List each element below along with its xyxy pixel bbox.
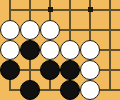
board-intersection-empty[interactable] — [20, 60, 40, 80]
stone-white: ○ — [80, 80, 100, 100]
board-intersection-empty[interactable] — [100, 80, 120, 100]
board-intersection: ○ — [0, 20, 20, 40]
stone-white: ○ — [0, 40, 20, 60]
stone-white: ○ — [40, 20, 60, 40]
board-intersection-empty[interactable] — [80, 0, 100, 20]
board-intersection: ● — [60, 80, 80, 100]
board-intersection: ○ — [20, 20, 40, 40]
stone-black: ● — [40, 60, 60, 80]
board-intersection: ● — [20, 40, 40, 60]
board-intersection: ○ — [40, 20, 60, 40]
board-intersection: ○ — [80, 40, 100, 60]
board-intersection-empty[interactable] — [60, 20, 80, 40]
stone-white: ○ — [40, 40, 60, 60]
stone-white: ○ — [60, 40, 80, 60]
stone-white: ○ — [80, 60, 100, 80]
board-intersection: ○ — [80, 80, 100, 100]
board-intersection-empty[interactable] — [0, 80, 20, 100]
stone-white: ○ — [0, 20, 20, 40]
board-intersection-empty[interactable] — [40, 0, 60, 20]
board-intersection: ● — [20, 80, 40, 100]
stone-black: ● — [60, 80, 80, 100]
stone-black: ● — [60, 60, 80, 80]
board-intersection-empty[interactable] — [100, 40, 120, 60]
board-intersection: ○ — [0, 40, 20, 60]
stone-black: ● — [0, 60, 20, 80]
board-intersection-empty[interactable] — [100, 20, 120, 40]
go-board[interactable]: ○○○○●○○○●●●○●●○ — [0, 0, 120, 100]
board-intersection-empty[interactable] — [100, 0, 120, 20]
board-intersection: ○ — [80, 60, 100, 80]
board-intersection-empty[interactable] — [100, 60, 120, 80]
stone-white: ○ — [20, 20, 40, 40]
stone-white: ○ — [80, 40, 100, 60]
board-intersections: ○○○○●○○○●●●○●●○ — [0, 0, 120, 100]
board-intersection-empty[interactable] — [80, 20, 100, 40]
board-intersection-empty[interactable] — [0, 0, 20, 20]
board-intersection: ○ — [40, 40, 60, 60]
board-intersection-empty[interactable] — [60, 0, 80, 20]
stone-black: ● — [20, 80, 40, 100]
board-intersection: ● — [0, 60, 20, 80]
board-intersection: ○ — [60, 40, 80, 60]
board-intersection-empty[interactable] — [40, 80, 60, 100]
board-intersection: ● — [60, 60, 80, 80]
board-intersection: ● — [40, 60, 60, 80]
stone-black: ● — [20, 40, 40, 60]
board-intersection-empty[interactable] — [20, 0, 40, 20]
